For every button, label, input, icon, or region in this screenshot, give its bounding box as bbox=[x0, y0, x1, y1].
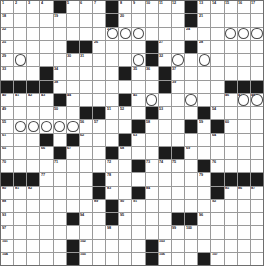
grid-cell[interactable] bbox=[40, 160, 52, 172]
grid-cell[interactable]: 65 bbox=[1, 147, 13, 159]
grid-cell[interactable]: 6 bbox=[80, 1, 92, 13]
grid-cell[interactable]: 62 bbox=[80, 134, 92, 146]
grid-cell[interactable] bbox=[198, 240, 210, 252]
grid-cell[interactable] bbox=[54, 253, 66, 265]
grid-cell[interactable] bbox=[93, 67, 105, 79]
grid-cell[interactable]: 69 bbox=[185, 147, 197, 159]
grid-cell[interactable] bbox=[251, 28, 263, 40]
grid-cell[interactable] bbox=[211, 41, 223, 53]
grid-cell[interactable] bbox=[185, 81, 197, 93]
grid-cell[interactable]: 94 bbox=[80, 213, 92, 225]
grid-cell[interactable] bbox=[251, 134, 263, 146]
grid-cell[interactable]: 83 bbox=[106, 187, 118, 199]
grid-cell[interactable]: 107 bbox=[211, 253, 223, 265]
grid-cell[interactable]: 95 bbox=[119, 213, 131, 225]
grid-cell[interactable] bbox=[119, 81, 131, 93]
grid-cell[interactable] bbox=[54, 226, 66, 238]
grid-cell[interactable] bbox=[238, 147, 250, 159]
grid-cell[interactable] bbox=[238, 120, 250, 132]
grid-cell[interactable] bbox=[146, 134, 158, 146]
grid-cell[interactable] bbox=[27, 28, 39, 40]
grid-cell[interactable] bbox=[251, 240, 263, 252]
grid-cell[interactable]: 51 bbox=[106, 107, 118, 119]
grid-cell[interactable] bbox=[40, 107, 52, 119]
grid-cell[interactable] bbox=[251, 54, 263, 66]
grid-cell[interactable]: 98 bbox=[106, 226, 118, 238]
grid-cell[interactable] bbox=[198, 226, 210, 238]
grid-cell[interactable] bbox=[14, 134, 26, 146]
grid-cell[interactable]: 63 bbox=[132, 134, 144, 146]
grid-cell[interactable] bbox=[106, 134, 118, 146]
grid-cell[interactable]: 48 bbox=[251, 94, 263, 106]
grid-cell[interactable]: 31 bbox=[80, 54, 92, 66]
grid-cell[interactable]: 106 bbox=[159, 253, 171, 265]
grid-cell[interactable] bbox=[27, 147, 39, 159]
grid-cell[interactable] bbox=[211, 213, 223, 225]
grid-cell[interactable] bbox=[67, 226, 79, 238]
grid-cell[interactable] bbox=[106, 67, 118, 79]
grid-cell[interactable]: 37 bbox=[172, 67, 184, 79]
grid-cell[interactable] bbox=[211, 81, 223, 93]
grid-cell[interactable]: 34 bbox=[54, 67, 66, 79]
grid-cell[interactable]: 46 bbox=[225, 94, 237, 106]
grid-cell[interactable] bbox=[119, 120, 131, 132]
grid-cell[interactable]: 16 bbox=[238, 1, 250, 13]
grid-cell[interactable] bbox=[225, 226, 237, 238]
grid-cell[interactable] bbox=[146, 14, 158, 26]
grid-cell[interactable] bbox=[67, 81, 79, 93]
grid-cell[interactable] bbox=[119, 28, 131, 40]
grid-cell[interactable] bbox=[225, 213, 237, 225]
grid-cell[interactable]: 55 bbox=[1, 120, 13, 132]
grid-cell[interactable] bbox=[40, 41, 52, 53]
grid-cell[interactable] bbox=[80, 28, 92, 40]
grid-cell[interactable] bbox=[93, 54, 105, 66]
grid-cell[interactable] bbox=[106, 120, 118, 132]
grid-cell[interactable] bbox=[146, 94, 158, 106]
grid-cell[interactable] bbox=[14, 107, 26, 119]
grid-cell[interactable] bbox=[80, 67, 92, 79]
grid-cell[interactable] bbox=[238, 41, 250, 53]
grid-cell[interactable] bbox=[93, 81, 105, 93]
grid-cell[interactable] bbox=[106, 54, 118, 66]
grid-cell[interactable] bbox=[251, 14, 263, 26]
grid-cell[interactable]: 42 bbox=[27, 94, 39, 106]
grid-cell[interactable]: 92 bbox=[211, 200, 223, 212]
grid-cell[interactable]: 54 bbox=[211, 107, 223, 119]
grid-cell[interactable]: 105 bbox=[80, 253, 92, 265]
grid-cell[interactable] bbox=[225, 134, 237, 146]
grid-cell[interactable] bbox=[132, 240, 144, 252]
grid-cell[interactable]: 21 bbox=[198, 14, 210, 26]
grid-cell[interactable] bbox=[54, 41, 66, 53]
grid-cell[interactable] bbox=[54, 240, 66, 252]
grid-cell[interactable] bbox=[211, 14, 223, 26]
grid-cell[interactable] bbox=[132, 81, 144, 93]
grid-cell[interactable]: 44 bbox=[67, 94, 79, 106]
grid-cell[interactable] bbox=[80, 200, 92, 212]
grid-cell[interactable] bbox=[251, 253, 263, 265]
grid-cell[interactable] bbox=[225, 67, 237, 79]
grid-cell[interactable] bbox=[251, 67, 263, 79]
grid-cell[interactable]: 50 bbox=[54, 107, 66, 119]
grid-cell[interactable]: 67 bbox=[67, 147, 79, 159]
grid-cell[interactable] bbox=[119, 187, 131, 199]
grid-cell[interactable] bbox=[211, 67, 223, 79]
grid-cell[interactable]: 13 bbox=[198, 1, 210, 13]
grid-cell[interactable] bbox=[211, 226, 223, 238]
grid-cell[interactable]: 32 bbox=[159, 54, 171, 66]
grid-cell[interactable] bbox=[146, 28, 158, 40]
grid-cell[interactable] bbox=[67, 14, 79, 26]
grid-cell[interactable] bbox=[80, 147, 92, 159]
grid-cell[interactable]: 52 bbox=[119, 107, 131, 119]
grid-cell[interactable] bbox=[27, 240, 39, 252]
grid-cell[interactable] bbox=[211, 147, 223, 159]
grid-cell[interactable]: 91 bbox=[132, 200, 144, 212]
grid-cell[interactable]: 15 bbox=[225, 1, 237, 13]
grid-cell[interactable] bbox=[225, 14, 237, 26]
grid-cell[interactable] bbox=[67, 67, 79, 79]
grid-cell[interactable] bbox=[185, 107, 197, 119]
grid-cell[interactable] bbox=[172, 41, 184, 53]
grid-cell[interactable]: 40 bbox=[1, 94, 13, 106]
grid-cell[interactable] bbox=[40, 253, 52, 265]
grid-cell[interactable]: 57 bbox=[93, 120, 105, 132]
grid-cell[interactable]: 9 bbox=[132, 1, 144, 13]
grid-cell[interactable] bbox=[146, 147, 158, 159]
grid-cell[interactable] bbox=[225, 200, 237, 212]
grid-cell[interactable] bbox=[27, 120, 39, 132]
grid-cell[interactable] bbox=[132, 253, 144, 265]
grid-cell[interactable]: 77 bbox=[40, 173, 52, 185]
grid-cell[interactable]: 81 bbox=[14, 187, 26, 199]
grid-cell[interactable]: 89 bbox=[93, 200, 105, 212]
grid-cell[interactable] bbox=[159, 213, 171, 225]
grid-cell[interactable] bbox=[54, 54, 66, 66]
grid-cell[interactable] bbox=[27, 14, 39, 26]
grid-cell[interactable] bbox=[225, 107, 237, 119]
grid-cell[interactable]: 43 bbox=[40, 94, 52, 106]
grid-cell[interactable] bbox=[14, 120, 26, 132]
grid-cell[interactable] bbox=[93, 147, 105, 159]
grid-cell[interactable]: 10 bbox=[146, 1, 158, 13]
grid-cell[interactable] bbox=[238, 14, 250, 26]
grid-cell[interactable] bbox=[67, 200, 79, 212]
grid-cell[interactable] bbox=[251, 200, 263, 212]
grid-cell[interactable] bbox=[198, 54, 210, 66]
grid-cell[interactable]: 78 bbox=[106, 173, 118, 185]
grid-cell[interactable] bbox=[14, 14, 26, 26]
grid-cell[interactable]: 11 bbox=[159, 1, 171, 13]
grid-cell[interactable] bbox=[54, 187, 66, 199]
grid-cell[interactable]: 12 bbox=[172, 1, 184, 13]
grid-cell[interactable]: 68 bbox=[119, 147, 131, 159]
grid-cell[interactable] bbox=[54, 213, 66, 225]
grid-cell[interactable] bbox=[93, 134, 105, 146]
grid-cell[interactable]: 39 bbox=[172, 81, 184, 93]
grid-cell[interactable]: 14 bbox=[211, 1, 223, 13]
grid-cell[interactable] bbox=[93, 28, 105, 40]
grid-cell[interactable]: 2 bbox=[14, 1, 26, 13]
grid-cell[interactable]: 53 bbox=[159, 107, 171, 119]
grid-cell[interactable] bbox=[238, 240, 250, 252]
grid-cell[interactable] bbox=[132, 54, 144, 66]
grid-cell[interactable] bbox=[106, 81, 118, 93]
grid-cell[interactable]: 82 bbox=[27, 187, 39, 199]
grid-cell[interactable] bbox=[67, 120, 79, 132]
grid-cell[interactable] bbox=[119, 253, 131, 265]
grid-cell[interactable]: 36 bbox=[146, 67, 158, 79]
grid-cell[interactable] bbox=[67, 173, 79, 185]
grid-cell[interactable]: 47 bbox=[238, 94, 250, 106]
grid-cell[interactable]: 33 bbox=[1, 67, 13, 79]
grid-cell[interactable] bbox=[93, 160, 105, 172]
grid-cell[interactable] bbox=[238, 107, 250, 119]
grid-cell[interactable] bbox=[27, 160, 39, 172]
grid-cell[interactable]: 49 bbox=[1, 107, 13, 119]
grid-cell[interactable] bbox=[14, 226, 26, 238]
grid-cell[interactable]: 101 bbox=[1, 240, 13, 252]
grid-cell[interactable] bbox=[132, 14, 144, 26]
grid-cell[interactable] bbox=[40, 54, 52, 66]
grid-cell[interactable]: 59 bbox=[198, 120, 210, 132]
grid-cell[interactable]: 104 bbox=[1, 253, 13, 265]
grid-cell[interactable] bbox=[172, 253, 184, 265]
grid-cell[interactable] bbox=[80, 226, 92, 238]
grid-cell[interactable]: 23 bbox=[106, 28, 118, 40]
grid-cell[interactable] bbox=[27, 226, 39, 238]
grid-cell[interactable]: 70 bbox=[1, 160, 13, 172]
grid-cell[interactable] bbox=[132, 173, 144, 185]
grid-cell[interactable]: 71 bbox=[54, 160, 66, 172]
grid-cell[interactable] bbox=[27, 213, 39, 225]
grid-cell[interactable] bbox=[225, 240, 237, 252]
grid-cell[interactable]: 1 bbox=[1, 1, 13, 13]
grid-cell[interactable] bbox=[27, 107, 39, 119]
grid-cell[interactable] bbox=[251, 213, 263, 225]
grid-cell[interactable] bbox=[93, 213, 105, 225]
grid-cell[interactable] bbox=[238, 160, 250, 172]
grid-cell[interactable] bbox=[159, 120, 171, 132]
grid-cell[interactable]: 27 bbox=[159, 41, 171, 53]
grid-cell[interactable] bbox=[159, 226, 171, 238]
grid-cell[interactable] bbox=[198, 67, 210, 79]
grid-cell[interactable] bbox=[198, 187, 210, 199]
grid-cell[interactable]: 30 bbox=[67, 54, 79, 66]
grid-cell[interactable] bbox=[40, 226, 52, 238]
grid-cell[interactable]: 45 bbox=[132, 94, 144, 106]
grid-cell[interactable] bbox=[14, 54, 26, 66]
grid-cell[interactable] bbox=[27, 200, 39, 212]
grid-cell[interactable] bbox=[14, 213, 26, 225]
grid-cell[interactable] bbox=[238, 134, 250, 146]
grid-cell[interactable] bbox=[159, 200, 171, 212]
grid-cell[interactable] bbox=[185, 134, 197, 146]
grid-cell[interactable] bbox=[93, 94, 105, 106]
grid-cell[interactable]: 29 bbox=[1, 54, 13, 66]
grid-cell[interactable] bbox=[211, 28, 223, 40]
grid-cell[interactable] bbox=[159, 14, 171, 26]
grid-cell[interactable] bbox=[119, 54, 131, 66]
grid-cell[interactable] bbox=[67, 187, 79, 199]
grid-cell[interactable]: 76 bbox=[211, 160, 223, 172]
grid-cell[interactable]: 80 bbox=[1, 187, 13, 199]
grid-cell[interactable] bbox=[251, 226, 263, 238]
grid-cell[interactable] bbox=[14, 253, 26, 265]
grid-cell[interactable] bbox=[172, 187, 184, 199]
grid-cell[interactable]: 66 bbox=[40, 147, 52, 159]
grid-cell[interactable] bbox=[172, 200, 184, 212]
grid-cell[interactable]: 22 bbox=[1, 28, 13, 40]
grid-cell[interactable]: 7 bbox=[93, 1, 105, 13]
grid-cell[interactable]: 58 bbox=[146, 120, 158, 132]
grid-cell[interactable] bbox=[80, 187, 92, 199]
grid-cell[interactable] bbox=[93, 240, 105, 252]
grid-cell[interactable]: 28 bbox=[198, 41, 210, 53]
grid-cell[interactable] bbox=[146, 200, 158, 212]
grid-cell[interactable] bbox=[93, 253, 105, 265]
grid-cell[interactable] bbox=[172, 107, 184, 119]
grid-cell[interactable] bbox=[159, 28, 171, 40]
grid-cell[interactable] bbox=[238, 226, 250, 238]
grid-cell[interactable] bbox=[185, 94, 197, 106]
grid-cell[interactable] bbox=[40, 28, 52, 40]
grid-cell[interactable] bbox=[251, 147, 263, 159]
grid-cell[interactable]: 5 bbox=[67, 1, 79, 13]
grid-cell[interactable] bbox=[27, 41, 39, 53]
grid-cell[interactable]: 74 bbox=[159, 160, 171, 172]
grid-cell[interactable] bbox=[211, 240, 223, 252]
grid-cell[interactable] bbox=[54, 28, 66, 40]
grid-cell[interactable] bbox=[40, 200, 52, 212]
grid-cell[interactable] bbox=[80, 14, 92, 26]
grid-cell[interactable] bbox=[251, 160, 263, 172]
grid-cell[interactable] bbox=[40, 240, 52, 252]
grid-cell[interactable] bbox=[40, 120, 52, 132]
grid-cell[interactable] bbox=[185, 54, 197, 66]
grid-cell[interactable] bbox=[27, 134, 39, 146]
grid-cell[interactable] bbox=[172, 54, 184, 66]
grid-cell[interactable] bbox=[106, 94, 118, 106]
grid-cell[interactable] bbox=[159, 173, 171, 185]
grid-cell[interactable] bbox=[67, 160, 79, 172]
grid-cell[interactable] bbox=[251, 107, 263, 119]
grid-cell[interactable] bbox=[198, 28, 210, 40]
grid-cell[interactable] bbox=[251, 41, 263, 53]
grid-cell[interactable] bbox=[238, 28, 250, 40]
grid-cell[interactable] bbox=[146, 173, 158, 185]
grid-cell[interactable] bbox=[132, 226, 144, 238]
grid-cell[interactable]: 18 bbox=[1, 14, 13, 26]
grid-cell[interactable] bbox=[14, 147, 26, 159]
grid-cell[interactable]: 26 bbox=[93, 41, 105, 53]
grid-cell[interactable] bbox=[185, 67, 197, 79]
grid-cell[interactable]: 73 bbox=[146, 160, 158, 172]
grid-cell[interactable] bbox=[185, 173, 197, 185]
grid-cell[interactable] bbox=[106, 41, 118, 53]
grid-cell[interactable] bbox=[185, 187, 197, 199]
grid-cell[interactable] bbox=[172, 240, 184, 252]
grid-cell[interactable] bbox=[14, 41, 26, 53]
grid-cell[interactable] bbox=[159, 94, 171, 106]
grid-cell[interactable]: 85 bbox=[225, 187, 237, 199]
grid-cell[interactable] bbox=[132, 107, 144, 119]
grid-cell[interactable]: 102 bbox=[80, 240, 92, 252]
grid-cell[interactable]: 79 bbox=[198, 173, 210, 185]
grid-cell[interactable] bbox=[119, 160, 131, 172]
grid-cell[interactable]: 60 bbox=[225, 120, 237, 132]
grid-cell[interactable] bbox=[27, 67, 39, 79]
grid-cell[interactable] bbox=[132, 28, 144, 40]
grid-cell[interactable] bbox=[159, 134, 171, 146]
grid-cell[interactable] bbox=[172, 14, 184, 26]
grid-cell[interactable] bbox=[106, 253, 118, 265]
grid-cell[interactable]: 25 bbox=[1, 41, 13, 53]
grid-cell[interactable] bbox=[14, 200, 26, 212]
grid-cell[interactable] bbox=[80, 173, 92, 185]
grid-cell[interactable]: 41 bbox=[14, 94, 26, 106]
grid-cell[interactable] bbox=[238, 54, 250, 66]
grid-cell[interactable] bbox=[40, 14, 52, 26]
grid-cell[interactable]: 61 bbox=[1, 134, 13, 146]
grid-cell[interactable]: 20 bbox=[119, 14, 131, 26]
grid-cell[interactable]: 19 bbox=[54, 14, 66, 26]
grid-cell[interactable] bbox=[146, 81, 158, 93]
grid-cell[interactable] bbox=[172, 173, 184, 185]
grid-cell[interactable] bbox=[225, 41, 237, 53]
grid-cell[interactable] bbox=[225, 253, 237, 265]
grid-cell[interactable] bbox=[132, 147, 144, 159]
grid-cell[interactable] bbox=[185, 253, 197, 265]
grid-cell[interactable] bbox=[238, 67, 250, 79]
grid-cell[interactable] bbox=[80, 94, 92, 106]
grid-cell[interactable] bbox=[172, 94, 184, 106]
grid-cell[interactable] bbox=[67, 28, 79, 40]
grid-cell[interactable]: 17 bbox=[251, 1, 263, 13]
grid-cell[interactable] bbox=[185, 160, 197, 172]
grid-cell[interactable] bbox=[119, 226, 131, 238]
grid-cell[interactable] bbox=[211, 54, 223, 66]
grid-cell[interactable]: 38 bbox=[54, 81, 66, 93]
grid-cell[interactable] bbox=[27, 253, 39, 265]
grid-cell[interactable]: 35 bbox=[132, 67, 144, 79]
grid-cell[interactable] bbox=[54, 120, 66, 132]
grid-cell[interactable] bbox=[172, 134, 184, 146]
grid-cell[interactable] bbox=[172, 120, 184, 132]
grid-cell[interactable] bbox=[146, 226, 158, 238]
grid-cell[interactable] bbox=[159, 187, 171, 199]
grid-cell[interactable]: 75 bbox=[172, 160, 184, 172]
grid-cell[interactable]: 3 bbox=[27, 1, 39, 13]
grid-cell[interactable]: 100 bbox=[185, 226, 197, 238]
grid-cell[interactable] bbox=[198, 94, 210, 106]
grid-cell[interactable]: 72 bbox=[106, 160, 118, 172]
grid-cell[interactable] bbox=[146, 213, 158, 225]
grid-cell[interactable] bbox=[14, 240, 26, 252]
grid-cell[interactable]: 103 bbox=[159, 240, 171, 252]
grid-cell[interactable]: 96 bbox=[198, 213, 210, 225]
grid-cell[interactable] bbox=[67, 107, 79, 119]
grid-cell[interactable] bbox=[132, 213, 144, 225]
grid-cell[interactable] bbox=[40, 187, 52, 199]
grid-cell[interactable]: 8 bbox=[119, 1, 131, 13]
grid-cell[interactable]: 64 bbox=[211, 134, 223, 146]
grid-cell[interactable] bbox=[185, 240, 197, 252]
grid-cell[interactable] bbox=[225, 160, 237, 172]
grid-cell[interactable] bbox=[251, 120, 263, 132]
grid-cell[interactable] bbox=[80, 81, 92, 93]
